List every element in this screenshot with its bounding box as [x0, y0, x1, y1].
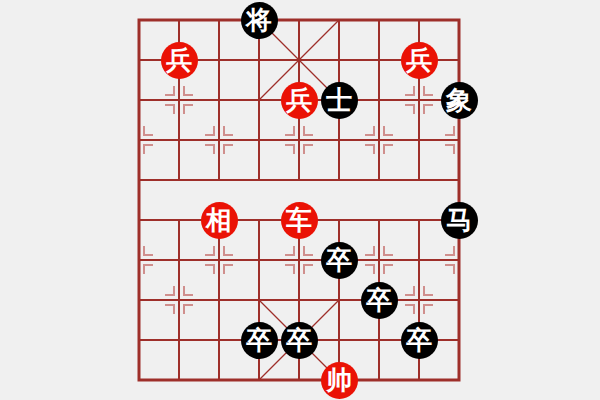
- piece-black-soldier-5[interactable]: 卒: [401, 322, 438, 359]
- piece-black-advisor[interactable]: 士: [321, 82, 358, 119]
- piece-red-general[interactable]: 帅: [321, 362, 358, 399]
- pieces-layer: 将兵兵兵士象相车马卒卒卒卒卒帅: [119, 0, 479, 400]
- piece-black-soldier-4[interactable]: 卒: [281, 322, 318, 359]
- piece-red-soldier-1[interactable]: 兵: [161, 42, 198, 79]
- piece-black-soldier-1[interactable]: 卒: [321, 242, 358, 279]
- piece-black-horse[interactable]: 马: [441, 202, 478, 239]
- xiangqi-diagram: 将兵兵兵士象相车马卒卒卒卒卒帅: [0, 0, 600, 400]
- piece-black-general[interactable]: 将: [241, 2, 278, 39]
- piece-red-elephant[interactable]: 相: [201, 202, 238, 239]
- piece-red-chariot[interactable]: 车: [281, 202, 318, 239]
- piece-black-soldier-2[interactable]: 卒: [361, 282, 398, 319]
- piece-red-soldier-3[interactable]: 兵: [281, 82, 318, 119]
- piece-red-soldier-2[interactable]: 兵: [401, 42, 438, 79]
- piece-black-soldier-3[interactable]: 卒: [241, 322, 278, 359]
- piece-black-elephant[interactable]: 象: [441, 82, 478, 119]
